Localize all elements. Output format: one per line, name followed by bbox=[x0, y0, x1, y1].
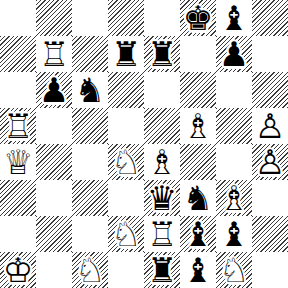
black-knight-c6[interactable]: ♞ bbox=[72, 72, 108, 108]
square-h3[interactable] bbox=[252, 180, 288, 216]
black-bishop-g2[interactable]: ♝ bbox=[216, 216, 252, 252]
square-b6[interactable]: ♟ bbox=[36, 72, 72, 108]
piece-outline: ♗ bbox=[180, 108, 216, 144]
square-g1[interactable]: ♞♘ bbox=[216, 252, 252, 288]
piece-glyph: ♟ bbox=[216, 36, 252, 72]
black-bishop-g8[interactable]: ♝ bbox=[216, 0, 252, 36]
square-b2[interactable] bbox=[36, 216, 72, 252]
black-rook-e1[interactable]: ♜ bbox=[144, 252, 180, 288]
piece-outline: ♙ bbox=[252, 108, 288, 144]
white-pawn-h5[interactable]: ♟♙ bbox=[252, 108, 288, 144]
square-e8[interactable] bbox=[144, 0, 180, 36]
white-king-a1[interactable]: ♚♔ bbox=[0, 252, 36, 288]
square-d5[interactable] bbox=[108, 108, 144, 144]
square-e1[interactable]: ♜ bbox=[144, 252, 180, 288]
piece-glyph: ♝ bbox=[216, 0, 252, 36]
piece-glyph: ♜ bbox=[144, 36, 180, 72]
square-g6[interactable] bbox=[216, 72, 252, 108]
black-pawn-b6[interactable]: ♟ bbox=[36, 72, 72, 108]
piece-outline: ♖ bbox=[0, 108, 36, 144]
white-bishop-e4[interactable]: ♝♗ bbox=[144, 144, 180, 180]
square-a7[interactable] bbox=[0, 36, 36, 72]
square-b1[interactable] bbox=[36, 252, 72, 288]
square-g3[interactable]: ♝♗ bbox=[216, 180, 252, 216]
square-d3[interactable] bbox=[108, 180, 144, 216]
piece-glyph: ♞ bbox=[180, 180, 216, 216]
square-d4[interactable]: ♞♘ bbox=[108, 144, 144, 180]
square-e3[interactable]: ♛ bbox=[144, 180, 180, 216]
square-c6[interactable]: ♞ bbox=[72, 72, 108, 108]
piece-glyph: ♝ bbox=[180, 252, 216, 288]
black-rook-d7[interactable]: ♜ bbox=[108, 36, 144, 72]
piece-glyph: ♟ bbox=[36, 72, 72, 108]
square-b4[interactable] bbox=[36, 144, 72, 180]
square-d1[interactable] bbox=[108, 252, 144, 288]
square-d7[interactable]: ♜ bbox=[108, 36, 144, 72]
square-d8[interactable] bbox=[108, 0, 144, 36]
square-f1[interactable]: ♝ bbox=[180, 252, 216, 288]
piece-outline: ♘ bbox=[108, 144, 144, 180]
square-h8[interactable] bbox=[252, 0, 288, 36]
square-e5[interactable] bbox=[144, 108, 180, 144]
white-bishop-g3[interactable]: ♝♗ bbox=[216, 180, 252, 216]
square-g5[interactable] bbox=[216, 108, 252, 144]
square-h7[interactable] bbox=[252, 36, 288, 72]
piece-glyph: ♚ bbox=[180, 0, 216, 36]
white-knight-d2[interactable]: ♞♘ bbox=[108, 216, 144, 252]
white-queen-a4[interactable]: ♛♕ bbox=[0, 144, 36, 180]
square-e6[interactable] bbox=[144, 72, 180, 108]
square-c2[interactable] bbox=[72, 216, 108, 252]
square-f2[interactable]: ♝ bbox=[180, 216, 216, 252]
square-f3[interactable]: ♞ bbox=[180, 180, 216, 216]
square-e4[interactable]: ♝♗ bbox=[144, 144, 180, 180]
square-f8[interactable]: ♚ bbox=[180, 0, 216, 36]
white-knight-c1[interactable]: ♞♘ bbox=[72, 252, 108, 288]
square-a8[interactable] bbox=[0, 0, 36, 36]
square-c3[interactable] bbox=[72, 180, 108, 216]
square-a6[interactable] bbox=[0, 72, 36, 108]
square-g8[interactable]: ♝ bbox=[216, 0, 252, 36]
white-knight-g1[interactable]: ♞♘ bbox=[216, 252, 252, 288]
white-pawn-h4[interactable]: ♟♙ bbox=[252, 144, 288, 180]
square-h5[interactable]: ♟♙ bbox=[252, 108, 288, 144]
piece-glyph: ♝ bbox=[180, 216, 216, 252]
white-bishop-f5[interactable]: ♝♗ bbox=[180, 108, 216, 144]
black-bishop-f1[interactable]: ♝ bbox=[180, 252, 216, 288]
square-h6[interactable] bbox=[252, 72, 288, 108]
white-rook-a5[interactable]: ♜♖ bbox=[0, 108, 36, 144]
white-knight-d4[interactable]: ♞♘ bbox=[108, 144, 144, 180]
piece-outline: ♔ bbox=[0, 252, 36, 288]
piece-outline: ♘ bbox=[72, 252, 108, 288]
black-knight-f3[interactable]: ♞ bbox=[180, 180, 216, 216]
black-rook-e7[interactable]: ♜ bbox=[144, 36, 180, 72]
square-e2[interactable]: ♜♖ bbox=[144, 216, 180, 252]
piece-glyph: ♝ bbox=[216, 216, 252, 252]
piece-glyph: ♛ bbox=[144, 180, 180, 216]
square-d2[interactable]: ♞♘ bbox=[108, 216, 144, 252]
piece-glyph: ♞ bbox=[72, 72, 108, 108]
piece-outline: ♕ bbox=[0, 144, 36, 180]
black-queen-e3[interactable]: ♛ bbox=[144, 180, 180, 216]
square-b5[interactable] bbox=[36, 108, 72, 144]
square-b8[interactable] bbox=[36, 0, 72, 36]
square-h4[interactable]: ♟♙ bbox=[252, 144, 288, 180]
square-a2[interactable] bbox=[0, 216, 36, 252]
black-bishop-f2[interactable]: ♝ bbox=[180, 216, 216, 252]
chess-board: ♚♝♜♖♜♜♟♟♞♜♖♝♗♟♙♛♕♞♘♝♗♟♙♛♞♝♗♞♘♜♖♝♝♚♔♞♘♜♝♞… bbox=[0, 0, 288, 288]
piece-glyph: ♜ bbox=[144, 252, 180, 288]
square-c7[interactable] bbox=[72, 36, 108, 72]
piece-outline: ♘ bbox=[108, 216, 144, 252]
white-rook-e2[interactable]: ♜♖ bbox=[144, 216, 180, 252]
square-c5[interactable] bbox=[72, 108, 108, 144]
square-c8[interactable] bbox=[72, 0, 108, 36]
piece-outline: ♖ bbox=[36, 36, 72, 72]
square-f5[interactable]: ♝♗ bbox=[180, 108, 216, 144]
piece-outline: ♗ bbox=[216, 180, 252, 216]
piece-outline: ♘ bbox=[216, 252, 252, 288]
square-f7[interactable] bbox=[180, 36, 216, 72]
piece-outline: ♙ bbox=[252, 144, 288, 180]
white-rook-b7[interactable]: ♜♖ bbox=[36, 36, 72, 72]
square-h1[interactable] bbox=[252, 252, 288, 288]
square-d6[interactable] bbox=[108, 72, 144, 108]
square-a3[interactable] bbox=[0, 180, 36, 216]
square-f6[interactable] bbox=[180, 72, 216, 108]
square-e7[interactable]: ♜ bbox=[144, 36, 180, 72]
square-b3[interactable] bbox=[36, 180, 72, 216]
square-g7[interactable]: ♟ bbox=[216, 36, 252, 72]
square-h2[interactable] bbox=[252, 216, 288, 252]
square-a1[interactable]: ♚♔ bbox=[0, 252, 36, 288]
black-pawn-g7[interactable]: ♟ bbox=[216, 36, 252, 72]
piece-outline: ♖ bbox=[144, 216, 180, 252]
square-c1[interactable]: ♞♘ bbox=[72, 252, 108, 288]
piece-outline: ♗ bbox=[144, 144, 180, 180]
square-b7[interactable]: ♜♖ bbox=[36, 36, 72, 72]
piece-glyph: ♜ bbox=[108, 36, 144, 72]
square-f4[interactable] bbox=[180, 144, 216, 180]
square-g4[interactable] bbox=[216, 144, 252, 180]
black-king-f8[interactable]: ♚ bbox=[180, 0, 216, 36]
square-g2[interactable]: ♝ bbox=[216, 216, 252, 252]
square-c4[interactable] bbox=[72, 144, 108, 180]
square-a5[interactable]: ♜♖ bbox=[0, 108, 36, 144]
square-a4[interactable]: ♛♕ bbox=[0, 144, 36, 180]
